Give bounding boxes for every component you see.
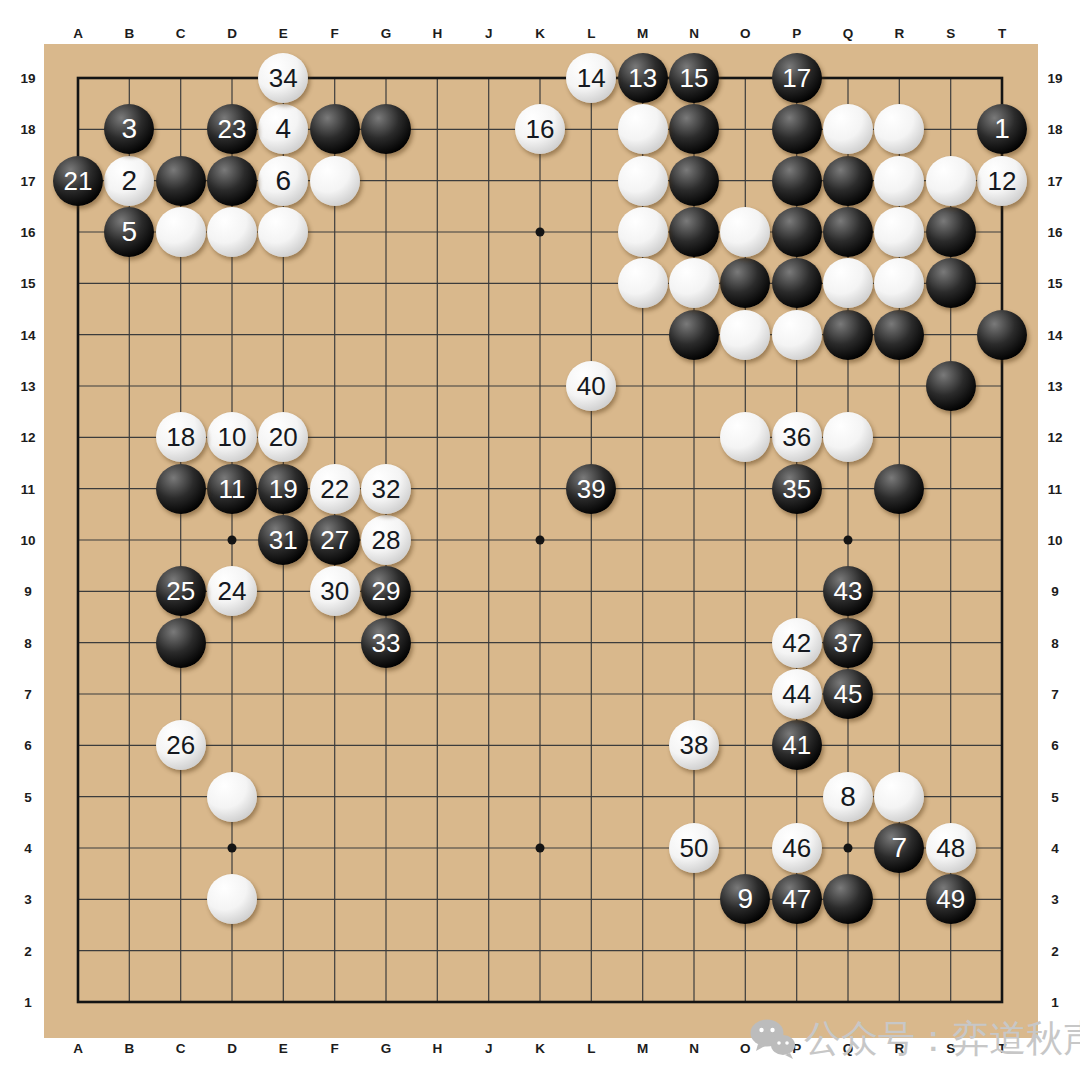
coord-left-16: 16 bbox=[20, 225, 35, 240]
move-number: 22 bbox=[320, 476, 349, 502]
coord-left-14: 14 bbox=[20, 327, 35, 342]
stone-black-P15 bbox=[772, 258, 822, 308]
stone-black-Q9: 43 bbox=[823, 566, 873, 616]
stone-black-G9: 29 bbox=[361, 566, 411, 616]
coord-right-4: 4 bbox=[1051, 841, 1059, 856]
move-number: 9 bbox=[738, 885, 754, 913]
stone-black-D17 bbox=[207, 156, 257, 206]
stone-black-D11: 11 bbox=[207, 464, 257, 514]
move-number: 12 bbox=[988, 168, 1017, 194]
move-number: 11 bbox=[219, 476, 246, 502]
stone-white-G10: 28 bbox=[361, 515, 411, 565]
move-number: 16 bbox=[526, 116, 555, 142]
move-number: 36 bbox=[782, 424, 811, 450]
coord-right-15: 15 bbox=[1047, 276, 1062, 291]
stone-white-G11: 32 bbox=[361, 464, 411, 514]
coord-right-12: 12 bbox=[1047, 430, 1062, 445]
stone-white-D12: 10 bbox=[207, 412, 257, 462]
stone-white-L19: 14 bbox=[566, 53, 616, 103]
coord-left-19: 19 bbox=[20, 71, 35, 86]
coord-left-8: 8 bbox=[24, 635, 32, 650]
move-number: 17 bbox=[782, 65, 811, 91]
move-number: 44 bbox=[782, 681, 811, 707]
stone-white-E17: 6 bbox=[258, 156, 308, 206]
coord-top-L: L bbox=[587, 26, 595, 41]
stone-black-P16 bbox=[772, 207, 822, 257]
go-diagram-page: 1234567891011121314151617181920212223242… bbox=[0, 0, 1080, 1080]
stone-white-N6: 38 bbox=[669, 720, 719, 770]
move-number: 10 bbox=[218, 424, 247, 450]
stone-black-C11 bbox=[156, 464, 206, 514]
stone-black-Q7: 45 bbox=[823, 669, 873, 719]
move-number: 49 bbox=[936, 886, 965, 912]
stone-white-S17 bbox=[926, 156, 976, 206]
move-number: 46 bbox=[782, 835, 811, 861]
coord-bottom-M: M bbox=[637, 1041, 648, 1056]
stone-black-E11: 19 bbox=[258, 464, 308, 514]
move-number: 27 bbox=[320, 527, 349, 553]
stone-white-D16 bbox=[207, 207, 257, 257]
coord-top-D: D bbox=[227, 26, 237, 41]
stone-white-R5 bbox=[874, 772, 924, 822]
move-number: 26 bbox=[166, 732, 195, 758]
coord-left-5: 5 bbox=[24, 789, 32, 804]
stone-black-C9: 25 bbox=[156, 566, 206, 616]
board-grid bbox=[0, 0, 1080, 1080]
coord-bottom-F: F bbox=[331, 1041, 339, 1056]
coord-left-7: 7 bbox=[24, 687, 32, 702]
stone-white-F11: 22 bbox=[310, 464, 360, 514]
move-number: 29 bbox=[372, 578, 401, 604]
coord-top-K: K bbox=[535, 26, 545, 41]
coord-bottom-C: C bbox=[176, 1041, 186, 1056]
stone-white-P14 bbox=[772, 310, 822, 360]
move-number: 35 bbox=[782, 476, 811, 502]
coord-left-13: 13 bbox=[20, 379, 35, 394]
move-number: 15 bbox=[680, 65, 709, 91]
star-point bbox=[844, 536, 853, 545]
coord-bottom-A: A bbox=[73, 1041, 83, 1056]
coord-left-2: 2 bbox=[24, 943, 32, 958]
move-number: 1 bbox=[994, 115, 1010, 143]
stone-white-M18 bbox=[618, 104, 668, 154]
coord-right-1: 1 bbox=[1051, 995, 1059, 1010]
move-number: 21 bbox=[64, 168, 93, 194]
coord-right-16: 16 bbox=[1047, 225, 1062, 240]
move-number: 28 bbox=[372, 527, 401, 553]
star-point bbox=[844, 844, 853, 853]
stone-black-C8 bbox=[156, 618, 206, 668]
coord-top-T: T bbox=[998, 26, 1006, 41]
stone-white-S4: 48 bbox=[926, 823, 976, 873]
stone-white-T17: 12 bbox=[977, 156, 1027, 206]
stone-black-Q17 bbox=[823, 156, 873, 206]
stone-black-G8: 33 bbox=[361, 618, 411, 668]
coord-bottom-J: J bbox=[485, 1041, 493, 1056]
coord-top-J: J bbox=[485, 26, 493, 41]
coord-left-4: 4 bbox=[24, 841, 32, 856]
coord-right-10: 10 bbox=[1047, 533, 1062, 548]
stone-white-P12: 36 bbox=[772, 412, 822, 462]
stone-black-B16: 5 bbox=[104, 207, 154, 257]
stone-white-Q15 bbox=[823, 258, 873, 308]
move-number: 31 bbox=[269, 527, 298, 553]
star-point bbox=[536, 844, 545, 853]
move-number: 6 bbox=[276, 167, 292, 195]
move-number: 2 bbox=[122, 167, 138, 195]
move-number: 33 bbox=[372, 630, 401, 656]
coord-left-18: 18 bbox=[20, 122, 35, 137]
move-number: 48 bbox=[936, 835, 965, 861]
coord-right-9: 9 bbox=[1051, 584, 1059, 599]
stone-black-T18: 1 bbox=[977, 104, 1027, 154]
stone-white-C12: 18 bbox=[156, 412, 206, 462]
stone-black-S16 bbox=[926, 207, 976, 257]
move-number: 4 bbox=[276, 115, 292, 143]
stone-black-P11: 35 bbox=[772, 464, 822, 514]
coord-right-17: 17 bbox=[1047, 173, 1062, 188]
stone-white-D3 bbox=[207, 874, 257, 924]
move-number: 23 bbox=[218, 116, 247, 142]
move-number: 37 bbox=[834, 630, 863, 656]
watermark: 公众号：弈道秋声 bbox=[748, 1014, 1080, 1064]
move-number: 14 bbox=[577, 65, 606, 91]
coord-right-2: 2 bbox=[1051, 943, 1059, 958]
stone-black-Q14 bbox=[823, 310, 873, 360]
stone-black-Q16 bbox=[823, 207, 873, 257]
move-number: 18 bbox=[166, 424, 195, 450]
move-number: 3 bbox=[122, 115, 138, 143]
stone-white-F9: 30 bbox=[310, 566, 360, 616]
stone-black-N16 bbox=[669, 207, 719, 257]
coord-left-3: 3 bbox=[24, 892, 32, 907]
coord-right-13: 13 bbox=[1047, 379, 1062, 394]
coord-top-E: E bbox=[279, 26, 288, 41]
stone-black-S13 bbox=[926, 361, 976, 411]
stone-black-P19: 17 bbox=[772, 53, 822, 103]
stone-black-N17 bbox=[669, 156, 719, 206]
move-number: 25 bbox=[166, 578, 195, 604]
coord-right-19: 19 bbox=[1047, 71, 1062, 86]
coord-right-18: 18 bbox=[1047, 122, 1062, 137]
move-number: 50 bbox=[680, 835, 709, 861]
coord-top-M: M bbox=[637, 26, 648, 41]
coord-left-6: 6 bbox=[24, 738, 32, 753]
coord-right-6: 6 bbox=[1051, 738, 1059, 753]
coord-top-O: O bbox=[740, 26, 751, 41]
star-point bbox=[536, 536, 545, 545]
stone-black-S3: 49 bbox=[926, 874, 976, 924]
stone-white-N4: 50 bbox=[669, 823, 719, 873]
move-number: 42 bbox=[782, 630, 811, 656]
coord-bottom-H: H bbox=[432, 1041, 442, 1056]
stone-white-E19: 34 bbox=[258, 53, 308, 103]
stone-black-M19: 13 bbox=[618, 53, 668, 103]
star-point bbox=[228, 844, 237, 853]
coord-left-1: 1 bbox=[24, 995, 32, 1010]
stone-black-P6: 41 bbox=[772, 720, 822, 770]
stone-white-Q18 bbox=[823, 104, 873, 154]
coord-left-9: 9 bbox=[24, 584, 32, 599]
move-number: 8 bbox=[840, 783, 856, 811]
coord-left-15: 15 bbox=[20, 276, 35, 291]
move-number: 24 bbox=[218, 578, 247, 604]
coord-top-N: N bbox=[689, 26, 699, 41]
stone-white-M15 bbox=[618, 258, 668, 308]
stone-black-T14 bbox=[977, 310, 1027, 360]
coord-right-11: 11 bbox=[1048, 481, 1062, 496]
stone-black-R11 bbox=[874, 464, 924, 514]
stone-white-N15 bbox=[669, 258, 719, 308]
coord-bottom-D: D bbox=[227, 1041, 237, 1056]
stone-black-S15 bbox=[926, 258, 976, 308]
stone-white-Q12 bbox=[823, 412, 873, 462]
move-number: 41 bbox=[782, 732, 811, 758]
stone-black-F18 bbox=[310, 104, 360, 154]
coord-right-3: 3 bbox=[1051, 892, 1059, 907]
stone-black-N19: 15 bbox=[669, 53, 719, 103]
coord-top-R: R bbox=[894, 26, 904, 41]
stone-white-O14 bbox=[720, 310, 770, 360]
stone-black-P17 bbox=[772, 156, 822, 206]
stone-black-R14 bbox=[874, 310, 924, 360]
stone-black-C17 bbox=[156, 156, 206, 206]
stone-black-R4: 7 bbox=[874, 823, 924, 873]
move-number: 43 bbox=[834, 578, 863, 604]
coord-bottom-N: N bbox=[689, 1041, 699, 1056]
move-number: 7 bbox=[892, 834, 908, 862]
stone-black-Q8: 37 bbox=[823, 618, 873, 668]
stone-white-P8: 42 bbox=[772, 618, 822, 668]
stone-white-P7: 44 bbox=[772, 669, 822, 719]
stone-black-D18: 23 bbox=[207, 104, 257, 154]
stone-white-C16 bbox=[156, 207, 206, 257]
stone-black-E10: 31 bbox=[258, 515, 308, 565]
stone-white-C6: 26 bbox=[156, 720, 206, 770]
move-number: 30 bbox=[320, 578, 349, 604]
stone-black-N18 bbox=[669, 104, 719, 154]
coord-bottom-G: G bbox=[381, 1041, 392, 1056]
coord-bottom-B: B bbox=[124, 1041, 134, 1056]
stone-white-F17 bbox=[310, 156, 360, 206]
coord-top-B: B bbox=[124, 26, 134, 41]
coord-top-P: P bbox=[792, 26, 801, 41]
coord-right-8: 8 bbox=[1051, 635, 1059, 650]
stone-white-M17 bbox=[618, 156, 668, 206]
coord-top-S: S bbox=[946, 26, 955, 41]
stone-white-B17: 2 bbox=[104, 156, 154, 206]
coord-right-7: 7 bbox=[1051, 687, 1059, 702]
move-number: 45 bbox=[834, 681, 863, 707]
coord-top-C: C bbox=[176, 26, 186, 41]
stone-black-P18 bbox=[772, 104, 822, 154]
coord-top-A: A bbox=[73, 26, 83, 41]
coord-top-G: G bbox=[381, 26, 392, 41]
stone-white-Q5: 8 bbox=[823, 772, 873, 822]
star-point bbox=[228, 536, 237, 545]
wechat-icon bbox=[748, 1017, 798, 1061]
stone-black-F10: 27 bbox=[310, 515, 360, 565]
stone-white-R16 bbox=[874, 207, 924, 257]
coord-bottom-K: K bbox=[535, 1041, 545, 1056]
move-number: 34 bbox=[269, 65, 298, 91]
stone-white-M16 bbox=[618, 207, 668, 257]
move-number: 40 bbox=[577, 373, 606, 399]
stone-black-G18 bbox=[361, 104, 411, 154]
move-number: 47 bbox=[782, 886, 811, 912]
move-number: 5 bbox=[122, 218, 138, 246]
coord-left-12: 12 bbox=[20, 430, 35, 445]
move-number: 13 bbox=[628, 65, 657, 91]
coord-top-F: F bbox=[331, 26, 339, 41]
stone-white-K18: 16 bbox=[515, 104, 565, 154]
stone-white-P4: 46 bbox=[772, 823, 822, 873]
move-number: 38 bbox=[680, 732, 709, 758]
stone-white-L13: 40 bbox=[566, 361, 616, 411]
stone-white-D5 bbox=[207, 772, 257, 822]
stone-black-Q3 bbox=[823, 874, 873, 924]
coord-left-10: 10 bbox=[20, 533, 35, 548]
coord-right-5: 5 bbox=[1051, 789, 1059, 804]
stone-white-R17 bbox=[874, 156, 924, 206]
coord-top-Q: Q bbox=[843, 26, 854, 41]
stone-black-N14 bbox=[669, 310, 719, 360]
stone-white-E16 bbox=[258, 207, 308, 257]
coord-left-11: 11 bbox=[21, 481, 35, 496]
coord-bottom-E: E bbox=[279, 1041, 288, 1056]
stone-black-P3: 47 bbox=[772, 874, 822, 924]
move-number: 39 bbox=[577, 476, 606, 502]
coord-top-H: H bbox=[432, 26, 442, 41]
coord-left-17: 17 bbox=[20, 173, 35, 188]
coord-bottom-L: L bbox=[587, 1041, 595, 1056]
move-number: 32 bbox=[372, 476, 401, 502]
watermark-text: 公众号：弈道秋声 bbox=[804, 1014, 1080, 1064]
stone-black-A17: 21 bbox=[53, 156, 103, 206]
move-number: 20 bbox=[269, 424, 298, 450]
move-number: 19 bbox=[269, 476, 298, 502]
stone-black-L11: 39 bbox=[566, 464, 616, 514]
stone-white-O16 bbox=[720, 207, 770, 257]
coord-right-14: 14 bbox=[1047, 327, 1062, 342]
star-point bbox=[536, 228, 545, 237]
stone-white-D9: 24 bbox=[207, 566, 257, 616]
